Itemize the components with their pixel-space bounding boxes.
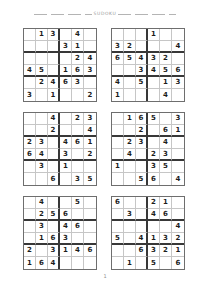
- cell-r1c2-given-1: 1: [36, 29, 48, 41]
- cell-r1c2-empty: [36, 113, 48, 125]
- cell-r3c1-empty: [112, 221, 124, 233]
- cell-r4c2-given-5: 5: [36, 65, 48, 77]
- sudoku-grid-6: 6213464541326321156: [111, 196, 185, 270]
- cell-r5c4-given-6: 6: [60, 77, 72, 89]
- cell-r2c1-empty: [24, 125, 36, 137]
- cell-r6c5-given-4: 4: [160, 89, 172, 101]
- cell-r2c4-given-4: 4: [148, 209, 160, 221]
- cell-r2c6-empty: [172, 209, 184, 221]
- cell-r5c2-given-2: 2: [36, 77, 48, 89]
- cell-r4c4-given-2: 2: [148, 149, 160, 161]
- cell-r2c5-given-1: 1: [72, 41, 84, 53]
- cell-r2c6-given-4: 4: [172, 41, 184, 53]
- cell-r6c1-empty: [112, 173, 124, 185]
- cell-r6c3-given-5: 5: [136, 173, 148, 185]
- cell-r2c2-given-2: 2: [124, 41, 136, 53]
- cell-r6c5-empty: [160, 257, 172, 269]
- cell-r3c1-empty: [24, 221, 36, 233]
- cell-r5c5-empty: [72, 161, 84, 173]
- cell-r2c1-empty: [24, 41, 36, 53]
- sudoku-grid-3: 4232423461643231635: [23, 112, 97, 186]
- cell-r2c6-empty: [84, 209, 96, 221]
- cell-r4c6-empty: [172, 149, 184, 161]
- cell-r5c5-given-2: 2: [160, 245, 172, 257]
- sudoku-grid-2: 1324654323456451314: [111, 28, 185, 102]
- cell-r5c1-given-1: 1: [112, 161, 124, 173]
- cell-r2c2-empty: [124, 125, 136, 137]
- cell-r1c1-empty: [24, 197, 36, 209]
- cell-r5c1-given-2: 2: [24, 245, 36, 257]
- cell-r2c5-empty: [72, 125, 84, 137]
- cell-r4c3-empty: [48, 149, 60, 161]
- cell-r4c6-given-6: 6: [172, 65, 184, 77]
- cell-r2c4-empty: [60, 125, 72, 137]
- cell-r3c3-empty: [48, 221, 60, 233]
- cell-r2c1-empty: [112, 209, 124, 221]
- cell-r6c3-empty: [136, 89, 148, 101]
- cell-r5c4-empty: [148, 77, 160, 89]
- sudoku-grid-1: 1343124451632463312: [23, 28, 97, 102]
- cell-r4c1-empty: [24, 233, 36, 245]
- cell-r5c2-empty: [124, 77, 136, 89]
- cell-r3c5-given-4: 4: [160, 137, 172, 149]
- cell-r6c1-empty: [24, 173, 36, 185]
- cell-r1c1-empty: [24, 29, 36, 41]
- cell-r4c3-empty: [136, 149, 148, 161]
- cell-r5c1-empty: [112, 245, 124, 257]
- cell-r1c3-empty: [136, 197, 148, 209]
- cell-r4c4-given-3: 3: [60, 149, 72, 161]
- cell-r4c2-given-4: 4: [36, 149, 48, 161]
- cell-r4c2-given-4: 4: [124, 149, 136, 161]
- cell-r3c6-empty: [84, 221, 96, 233]
- cell-r3c5-empty: [160, 221, 172, 233]
- cell-r3c6-given-1: 1: [84, 137, 96, 149]
- cell-r3c6-given-4: 4: [172, 221, 184, 233]
- cell-r3c1-given-2: 2: [24, 137, 36, 149]
- cell-r4c6-given-2: 2: [172, 233, 184, 245]
- cell-r1c3-empty: [136, 29, 148, 41]
- cell-r2c6-given-4: 4: [84, 125, 96, 137]
- cell-r3c1-empty: [24, 53, 36, 65]
- cell-r1c1-empty: [112, 29, 124, 41]
- cell-r3c5-given-2: 2: [160, 53, 172, 65]
- cell-r6c6-empty: [172, 89, 184, 101]
- cell-r6c6-empty: [84, 257, 96, 269]
- cell-r2c5-empty: [160, 41, 172, 53]
- cell-r5c2-empty: [124, 245, 136, 257]
- cell-r6c2-empty: [124, 173, 136, 185]
- cell-r5c3-given-4: 4: [48, 77, 60, 89]
- cell-r5c4-given-1: 1: [60, 245, 72, 257]
- cell-r4c2-given-1: 1: [36, 233, 48, 245]
- cell-r1c6-empty: [172, 29, 184, 41]
- cell-r2c4-empty: [148, 125, 160, 137]
- cell-r2c2-empty: [36, 125, 48, 137]
- cell-r6c1-given-1: 1: [112, 89, 124, 101]
- page-number: 1: [0, 274, 210, 279]
- cell-r2c3-given-2: 2: [136, 125, 148, 137]
- cell-r3c4-empty: [148, 137, 160, 149]
- cell-r2c3-given-5: 5: [48, 209, 60, 221]
- cell-r1c6-empty: [84, 197, 96, 209]
- cell-r3c1-given-6: 6: [112, 53, 124, 65]
- cell-r4c4-given-1: 1: [148, 233, 160, 245]
- cell-r3c5-given-6: 6: [72, 137, 84, 149]
- cell-r4c5-empty: [72, 149, 84, 161]
- cell-r2c3-empty: [136, 41, 148, 53]
- cell-r6c6-given-4: 4: [172, 173, 184, 185]
- cell-r5c2-given-3: 3: [36, 161, 48, 173]
- cell-r5c6-given-6: 6: [84, 245, 96, 257]
- cell-r4c2-empty: [124, 233, 136, 245]
- cell-r3c2-given-5: 5: [124, 53, 136, 65]
- cell-r3c4-empty: [60, 53, 72, 65]
- cell-r5c3-given-3: 3: [48, 245, 60, 257]
- cell-r5c6-given-1: 1: [172, 245, 184, 257]
- cell-r4c6-given-2: 2: [84, 149, 96, 161]
- cell-r2c4-given-6: 6: [60, 209, 72, 221]
- cell-r1c4-given-5: 5: [148, 113, 160, 125]
- cell-r5c1-given-4: 4: [112, 77, 124, 89]
- cell-r3c4-given-4: 4: [60, 221, 72, 233]
- cell-r1c5-given-4: 4: [72, 29, 84, 41]
- cell-r6c3-given-1: 1: [48, 89, 60, 101]
- cell-r6c4-empty: [60, 89, 72, 101]
- cell-r4c1-given-5: 5: [112, 233, 124, 245]
- header-title: SUDOKU: [94, 12, 117, 17]
- cell-r5c5-given-3: 3: [72, 77, 84, 89]
- cell-r2c4-empty: [148, 41, 160, 53]
- cell-r6c3-empty: [136, 257, 148, 269]
- cell-r6c2-empty: [36, 89, 48, 101]
- cell-r5c5-given-5: 5: [160, 161, 172, 173]
- cell-r5c4-given-3: 3: [148, 161, 160, 173]
- cell-r1c1-given-6: 6: [112, 197, 124, 209]
- cell-r3c4-given-3: 3: [148, 53, 160, 65]
- cell-r1c1-empty: [112, 113, 124, 125]
- cell-r5c2-empty: [36, 245, 48, 257]
- cell-r5c6-empty: [172, 161, 184, 173]
- cell-r2c3-empty: [136, 209, 148, 221]
- cell-r2c3-empty: [48, 41, 60, 53]
- cell-r4c1-empty: [112, 65, 124, 77]
- cell-r6c3-given-4: 4: [48, 257, 60, 269]
- cell-r2c6-given-1: 1: [172, 125, 184, 137]
- cell-r4c3-given-6: 6: [48, 233, 60, 245]
- cell-r6c1-given-1: 1: [24, 257, 36, 269]
- cell-r2c2-empty: [36, 41, 48, 53]
- cell-r3c2-given-3: 3: [36, 137, 48, 149]
- cell-r6c3-given-6: 6: [48, 173, 60, 185]
- cell-r1c3-given-6: 6: [136, 113, 148, 125]
- cell-r5c6-given-3: 3: [172, 77, 184, 89]
- cell-r2c3-given-2: 2: [48, 125, 60, 137]
- cell-r3c3-given-3: 3: [136, 137, 148, 149]
- cell-r2c6-empty: [84, 41, 96, 53]
- cell-r1c2-given-1: 1: [124, 113, 136, 125]
- cell-r1c3-given-4: 4: [48, 113, 60, 125]
- cell-r2c2-given-2: 2: [36, 209, 48, 221]
- cell-r2c1-empty: [112, 125, 124, 137]
- cell-r6c6-given-2: 2: [84, 89, 96, 101]
- cell-r4c6-given-3: 3: [84, 65, 96, 77]
- printed-sudoku-sheet: SUDOKU 1343124451632463312 1324654323456…: [0, 0, 210, 297]
- cell-r1c5-empty: [160, 29, 172, 41]
- cell-r6c4-empty: [148, 89, 160, 101]
- cell-r2c4-given-3: 3: [60, 41, 72, 53]
- cell-r4c5-empty: [72, 233, 84, 245]
- cell-r6c2-empty: [36, 173, 48, 185]
- cell-r1c5-given-5: 5: [72, 197, 84, 209]
- cell-r3c2-given-2: 2: [124, 137, 136, 149]
- cell-r4c1-empty: [112, 149, 124, 161]
- cell-r1c1-empty: [24, 113, 36, 125]
- cell-r5c3-given-5: 5: [136, 77, 148, 89]
- cell-r6c1-given-3: 3: [24, 89, 36, 101]
- cell-r4c5-given-3: 3: [160, 233, 172, 245]
- cell-r4c1-given-6: 6: [24, 149, 36, 161]
- cell-r1c2-given-4: 4: [36, 197, 48, 209]
- cell-r2c1-given-3: 3: [112, 41, 124, 53]
- cell-r5c3-empty: [136, 161, 148, 173]
- cell-r3c3-given-4: 4: [136, 53, 148, 65]
- cell-r1c4-empty: [60, 197, 72, 209]
- cell-r6c4-given-6: 6: [148, 173, 160, 185]
- cell-r4c1-given-4: 4: [24, 65, 36, 77]
- cell-r4c2-empty: [124, 65, 136, 77]
- cell-r1c3-given-3: 3: [48, 29, 60, 41]
- cell-r4c4-given-1: 1: [60, 65, 72, 77]
- cell-r1c2-empty: [124, 29, 136, 41]
- cell-r6c6-given-6: 6: [172, 257, 184, 269]
- cell-r6c2-empty: [124, 89, 136, 101]
- cell-r1c2-empty: [124, 197, 136, 209]
- cell-r4c5-given-3: 3: [160, 149, 172, 161]
- cell-r3c6-empty: [172, 53, 184, 65]
- page-header: SUDOKU: [34, 11, 176, 17]
- cell-r4c5-given-6: 6: [72, 65, 84, 77]
- cell-r3c4-empty: [148, 221, 160, 233]
- cell-r2c5-given-6: 6: [160, 209, 172, 221]
- cell-r3c3-empty: [48, 137, 60, 149]
- cell-r5c1-empty: [24, 77, 36, 89]
- cell-r3c1-empty: [112, 137, 124, 149]
- cell-r3c2-empty: [124, 221, 136, 233]
- cell-r1c3-empty: [48, 197, 60, 209]
- cell-r1c5-given-1: 1: [160, 197, 172, 209]
- cell-r3c6-given-4: 4: [84, 53, 96, 65]
- cell-r3c3-empty: [48, 53, 60, 65]
- cell-r6c5-empty: [160, 173, 172, 185]
- cell-r4c3-given-3: 3: [136, 65, 148, 77]
- header-rule-right: [118, 14, 176, 15]
- cell-r5c6-empty: [84, 77, 96, 89]
- cell-r6c2-given-1: 1: [124, 257, 136, 269]
- cell-r6c4-empty: [60, 173, 72, 185]
- cell-r3c3-empty: [136, 221, 148, 233]
- cell-r5c2-empty: [124, 161, 136, 173]
- cell-r5c3-given-6: 6: [136, 245, 148, 257]
- sudoku-grid-5: 4525634616323146164: [23, 196, 97, 270]
- cell-r1c4-given-2: 2: [148, 197, 160, 209]
- cell-r1c4-given-1: 1: [148, 29, 160, 41]
- cell-r1c4-empty: [60, 29, 72, 41]
- cell-r2c2-given-3: 3: [124, 209, 136, 221]
- cell-r1c5-given-2: 2: [72, 113, 84, 125]
- sudoku-grid-4: 1653261234423135564: [111, 112, 185, 186]
- cell-r4c6-empty: [84, 233, 96, 245]
- cell-r6c2-given-6: 6: [36, 257, 48, 269]
- cell-r3c4-given-4: 4: [60, 137, 72, 149]
- cell-r5c6-empty: [84, 161, 96, 173]
- cell-r5c3-empty: [48, 161, 60, 173]
- cell-r6c1-empty: [112, 257, 124, 269]
- cell-r1c4-empty: [60, 113, 72, 125]
- cell-r5c5-given-4: 4: [72, 245, 84, 257]
- cell-r3c2-given-3: 3: [36, 221, 48, 233]
- cell-r1c5-empty: [160, 113, 172, 125]
- cell-r5c1-empty: [24, 161, 36, 173]
- cell-r2c5-given-6: 6: [160, 125, 172, 137]
- cell-r6c5-empty: [72, 257, 84, 269]
- cell-r6c6-given-5: 5: [84, 173, 96, 185]
- cell-r2c1-empty: [24, 209, 36, 221]
- cell-r6c4-empty: [60, 257, 72, 269]
- cell-r4c4-given-3: 3: [60, 233, 72, 245]
- cell-r4c3-empty: [48, 65, 60, 77]
- cell-r3c6-empty: [172, 137, 184, 149]
- cell-r4c5-given-5: 5: [160, 65, 172, 77]
- cell-r3c5-given-6: 6: [72, 221, 84, 233]
- cell-r6c4-given-5: 5: [148, 257, 160, 269]
- cell-r6c5-empty: [72, 89, 84, 101]
- cell-r1c6-empty: [84, 29, 96, 41]
- cell-r4c4-given-4: 4: [148, 65, 160, 77]
- cell-r2c5-empty: [72, 209, 84, 221]
- cell-r3c5-given-2: 2: [72, 53, 84, 65]
- cell-r1c6-empty: [172, 197, 184, 209]
- cell-r1c6-given-3: 3: [84, 113, 96, 125]
- cell-r5c4-given-1: 1: [60, 161, 72, 173]
- header-rule-left: [34, 14, 92, 15]
- cell-r5c4-given-3: 3: [148, 245, 160, 257]
- cell-r4c3-given-4: 4: [136, 233, 148, 245]
- cell-r3c2-empty: [36, 53, 48, 65]
- cell-r6c5-given-3: 3: [72, 173, 84, 185]
- cell-r5c5-given-1: 1: [160, 77, 172, 89]
- cell-r1c6-given-3: 3: [172, 113, 184, 125]
